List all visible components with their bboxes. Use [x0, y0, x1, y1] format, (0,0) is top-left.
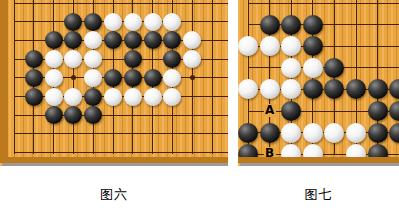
- grid-horizontal-line: [14, 152, 228, 153]
- black-stone: [45, 106, 63, 124]
- black-stone: [163, 31, 181, 49]
- figure-6-caption: 图六: [0, 186, 228, 204]
- star-point: [190, 75, 195, 80]
- white-stone: [183, 50, 201, 68]
- white-stone: [64, 50, 82, 68]
- white-stone: [104, 13, 122, 31]
- go-board-figure-7: AB: [238, 0, 399, 166]
- black-stone: [84, 106, 102, 124]
- black-stone: [324, 58, 344, 78]
- white-stone: [84, 69, 102, 87]
- black-stone: [324, 79, 344, 99]
- white-stone: [281, 79, 301, 99]
- white-stone: [84, 31, 102, 49]
- grid-horizontal-line: [14, 133, 228, 134]
- white-stone: [346, 123, 366, 143]
- black-stone: [389, 123, 399, 143]
- black-stone: [25, 69, 43, 87]
- black-stone: [124, 31, 142, 49]
- black-stone: [260, 15, 280, 35]
- figure-7-caption: 图七: [238, 186, 399, 204]
- white-stone: [104, 88, 122, 106]
- page: 图六 AB 图七: [0, 0, 399, 211]
- black-stone: [84, 88, 102, 106]
- white-stone: [183, 31, 201, 49]
- black-stone: [260, 123, 280, 143]
- white-stone: [45, 50, 63, 68]
- black-stone: [303, 79, 323, 99]
- black-stone: [25, 88, 43, 106]
- black-stone: [163, 50, 181, 68]
- white-stone: [163, 13, 181, 31]
- grid-horizontal-line: [248, 3, 399, 4]
- white-stone: [324, 123, 344, 143]
- white-stone: [64, 88, 82, 106]
- white-stone: [45, 88, 63, 106]
- board-shadow: [240, 163, 399, 166]
- black-stone: [64, 31, 82, 49]
- black-stone: [303, 15, 323, 35]
- black-stone: [144, 69, 162, 87]
- white-stone: [238, 79, 258, 99]
- board-left-border: [0, 0, 8, 157]
- black-stone: [84, 13, 102, 31]
- board-shadow: [2, 163, 228, 166]
- black-stone: [368, 123, 388, 143]
- white-stone: [144, 13, 162, 31]
- black-stone: [144, 31, 162, 49]
- point-label-A: A: [264, 104, 276, 117]
- white-stone: [45, 69, 63, 87]
- white-stone: [84, 50, 102, 68]
- black-stone: [389, 101, 399, 121]
- white-stone: [281, 36, 301, 56]
- black-stone: [281, 15, 301, 35]
- black-stone: [64, 106, 82, 124]
- black-stone: [124, 69, 142, 87]
- black-stone: [25, 50, 43, 68]
- white-stone: [260, 79, 280, 99]
- black-stone: [368, 79, 388, 99]
- black-stone: [64, 13, 82, 31]
- star-point: [71, 75, 76, 80]
- black-stone: [238, 123, 258, 143]
- black-stone: [104, 31, 122, 49]
- grid-horizontal-line: [14, 3, 228, 4]
- black-stone: [124, 50, 142, 68]
- white-stone: [281, 123, 301, 143]
- white-stone: [124, 88, 142, 106]
- black-stone: [45, 31, 63, 49]
- black-stone: [303, 36, 323, 56]
- black-stone: [389, 79, 399, 99]
- white-stone: [281, 58, 301, 78]
- black-stone: [281, 101, 301, 121]
- white-stone: [124, 13, 142, 31]
- white-stone: [163, 88, 181, 106]
- black-stone: [346, 79, 366, 99]
- black-stone: [104, 69, 122, 87]
- grid-horizontal-line: [248, 67, 399, 68]
- white-stone: [260, 36, 280, 56]
- go-board-figure-6: [0, 0, 228, 166]
- white-stone: [144, 88, 162, 106]
- white-stone: [303, 123, 323, 143]
- black-stone: [368, 101, 388, 121]
- white-stone: [303, 58, 323, 78]
- white-stone: [163, 69, 181, 87]
- white-stone: [238, 36, 258, 56]
